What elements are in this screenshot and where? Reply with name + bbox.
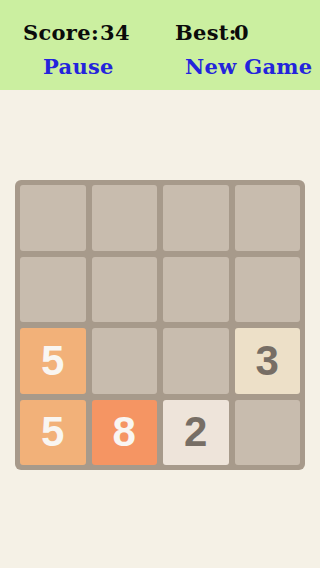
pause-button[interactable]: Pause xyxy=(43,56,114,78)
empty-cell-r3c2 xyxy=(92,328,158,394)
empty-cell-r1c4 xyxy=(235,185,301,251)
empty-cell-r3c3 xyxy=(163,328,229,394)
empty-cell-r2c3 xyxy=(163,257,229,323)
tile-5-r4c1: 5 xyxy=(20,400,86,466)
tile-2-r4c3: 2 xyxy=(163,400,229,466)
tile-5-r3c1: 5 xyxy=(20,328,86,394)
empty-cell-r1c2 xyxy=(92,185,158,251)
game-screen: Score: 34 Best: 0 Pause New Game 53582 xyxy=(0,0,320,568)
tile-3-r3c4: 3 xyxy=(235,328,301,394)
empty-cell-r2c1 xyxy=(20,257,86,323)
empty-cell-r1c1 xyxy=(20,185,86,251)
new-game-button[interactable]: New Game xyxy=(185,56,312,78)
empty-cell-r4c4 xyxy=(235,400,301,466)
board[interactable]: 53582 xyxy=(15,180,305,470)
score-label: Score: xyxy=(23,22,99,44)
header-bar: Score: 34 Best: 0 Pause New Game xyxy=(0,0,320,90)
score-value: 34 xyxy=(100,22,130,44)
empty-cell-r2c2 xyxy=(92,257,158,323)
best-label: Best: xyxy=(175,22,237,44)
best-value: 0 xyxy=(234,22,249,44)
tile-8-r4c2: 8 xyxy=(92,400,158,466)
empty-cell-r2c4 xyxy=(235,257,301,323)
empty-cell-r1c3 xyxy=(163,185,229,251)
